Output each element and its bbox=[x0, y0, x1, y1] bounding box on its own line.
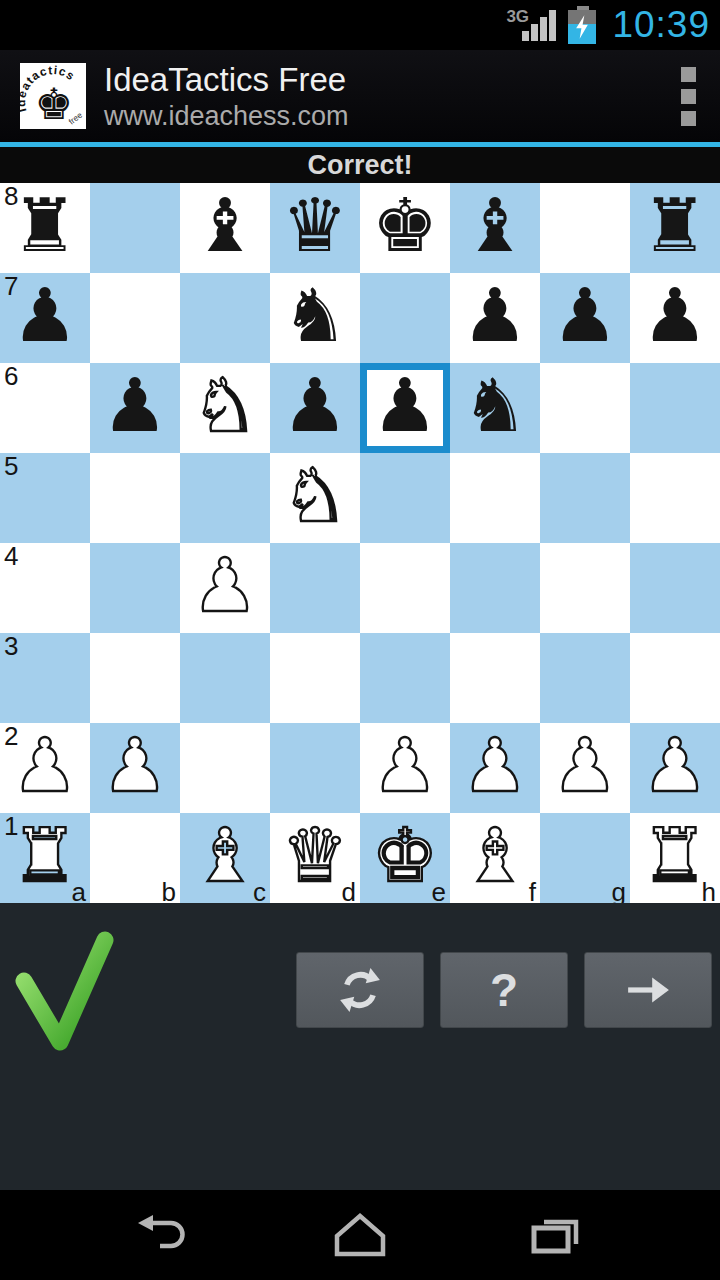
square-a7[interactable]: 7♟ bbox=[0, 273, 90, 363]
question-mark-icon: ? bbox=[490, 963, 518, 1017]
piece-white-king[interactable]: ♚ bbox=[372, 810, 438, 900]
piece-white-pawn[interactable]: ♟ bbox=[552, 720, 618, 810]
square-a8[interactable]: 8♜ bbox=[0, 183, 90, 273]
square-d2[interactable] bbox=[270, 723, 360, 813]
square-g4[interactable] bbox=[540, 543, 630, 633]
piece-black-knight[interactable]: ♞ bbox=[462, 360, 528, 450]
square-g3[interactable] bbox=[540, 633, 630, 723]
piece-black-knight[interactable]: ♞ bbox=[282, 270, 348, 360]
file-label-b: b bbox=[162, 878, 176, 906]
square-e2[interactable]: ♟ bbox=[360, 723, 450, 813]
square-h1[interactable]: h♜ bbox=[630, 813, 720, 903]
square-f8[interactable]: ♝ bbox=[450, 183, 540, 273]
square-c4[interactable]: ♟ bbox=[180, 543, 270, 633]
square-g6[interactable] bbox=[540, 363, 630, 453]
app-subtitle: www.ideachess.com bbox=[104, 100, 349, 133]
hint-button[interactable]: ? bbox=[440, 952, 568, 1028]
square-e4[interactable] bbox=[360, 543, 450, 633]
square-c7[interactable] bbox=[180, 273, 270, 363]
square-b8[interactable] bbox=[90, 183, 180, 273]
square-e7[interactable] bbox=[360, 273, 450, 363]
square-c5[interactable] bbox=[180, 453, 270, 543]
square-e5[interactable] bbox=[360, 453, 450, 543]
square-h5[interactable] bbox=[630, 453, 720, 543]
square-f4[interactable] bbox=[450, 543, 540, 633]
square-e3[interactable] bbox=[360, 633, 450, 723]
piece-black-pawn[interactable]: ♟ bbox=[642, 270, 708, 360]
right-arrow-icon bbox=[625, 967, 671, 1013]
android-nav-bar bbox=[0, 1190, 720, 1280]
app-icon: Ideatactics ♚ free bbox=[20, 63, 86, 129]
square-a3[interactable]: 3 bbox=[0, 633, 90, 723]
puzzle-buttons: ? bbox=[296, 952, 712, 1028]
phone-screen: 3G 10:39 Ideatactics ♚ f bbox=[0, 0, 720, 1280]
status-bar: 3G 10:39 bbox=[0, 0, 720, 50]
piece-white-queen[interactable]: ♛ bbox=[282, 810, 348, 900]
square-b2[interactable]: ♟ bbox=[90, 723, 180, 813]
piece-black-king[interactable]: ♚ bbox=[372, 180, 438, 270]
square-f6[interactable]: ♞ bbox=[450, 363, 540, 453]
clock: 10:39 bbox=[608, 4, 710, 46]
square-c8[interactable]: ♝ bbox=[180, 183, 270, 273]
rank-label-5: 5 bbox=[4, 452, 18, 480]
square-e1[interactable]: e♚ bbox=[360, 813, 450, 903]
lightning-bolt-icon bbox=[575, 15, 589, 39]
signal-bars-icon bbox=[522, 10, 556, 41]
piece-black-rook[interactable]: ♜ bbox=[12, 180, 78, 270]
square-b3[interactable] bbox=[90, 633, 180, 723]
piece-black-pawn[interactable]: ♟ bbox=[12, 270, 78, 360]
piece-white-rook[interactable]: ♜ bbox=[12, 810, 78, 900]
piece-white-pawn[interactable]: ♟ bbox=[372, 720, 438, 810]
square-h2[interactable]: ♟ bbox=[630, 723, 720, 813]
square-e6[interactable]: ♟ bbox=[360, 363, 450, 453]
square-h4[interactable] bbox=[630, 543, 720, 633]
rank-label-3: 3 bbox=[4, 632, 18, 660]
action-bar: Ideatactics ♚ free IdeaTactics Free www.… bbox=[0, 50, 720, 142]
piece-white-pawn[interactable]: ♟ bbox=[12, 720, 78, 810]
retry-button[interactable] bbox=[296, 952, 424, 1028]
piece-white-knight[interactable]: ♞ bbox=[192, 360, 258, 450]
square-b5[interactable] bbox=[90, 453, 180, 543]
home-icon[interactable] bbox=[328, 1211, 392, 1259]
feedback-banner: Correct! bbox=[0, 147, 720, 183]
square-a6[interactable]: 6 bbox=[0, 363, 90, 453]
piece-white-bishop[interactable]: ♝ bbox=[192, 810, 258, 900]
overflow-menu-icon[interactable] bbox=[656, 50, 720, 142]
piece-black-pawn[interactable]: ♟ bbox=[372, 360, 438, 450]
piece-white-pawn[interactable]: ♟ bbox=[192, 540, 258, 630]
square-c1[interactable]: c♝ bbox=[180, 813, 270, 903]
piece-white-pawn[interactable]: ♟ bbox=[462, 720, 528, 810]
square-h3[interactable] bbox=[630, 633, 720, 723]
square-f5[interactable] bbox=[450, 453, 540, 543]
square-h7[interactable]: ♟ bbox=[630, 273, 720, 363]
signal-strength-icon: 3G bbox=[506, 5, 558, 45]
square-g7[interactable]: ♟ bbox=[540, 273, 630, 363]
back-icon[interactable] bbox=[133, 1211, 197, 1259]
recents-icon[interactable] bbox=[523, 1211, 587, 1259]
control-panel: ? bbox=[0, 903, 720, 1190]
square-c2[interactable] bbox=[180, 723, 270, 813]
square-d6[interactable]: ♟ bbox=[270, 363, 360, 453]
piece-white-knight[interactable]: ♞ bbox=[282, 450, 348, 540]
chess-board: 8♜♝♛♚♝♜7♟♞♟♟♟6♟♞♟♟♞5♞4♟32♟♟♟♟♟♟1a♜bc♝d♛e… bbox=[0, 183, 720, 903]
square-a5[interactable]: 5 bbox=[0, 453, 90, 543]
square-b4[interactable] bbox=[90, 543, 180, 633]
square-d4[interactable] bbox=[270, 543, 360, 633]
square-d7[interactable]: ♞ bbox=[270, 273, 360, 363]
square-a1[interactable]: 1a♜ bbox=[0, 813, 90, 903]
correct-check-icon bbox=[15, 929, 115, 1054]
square-d8[interactable]: ♛ bbox=[270, 183, 360, 273]
square-c6[interactable]: ♞ bbox=[180, 363, 270, 453]
piece-white-bishop[interactable]: ♝ bbox=[462, 810, 528, 900]
square-h8[interactable]: ♜ bbox=[630, 183, 720, 273]
piece-white-pawn[interactable]: ♟ bbox=[102, 720, 168, 810]
square-b6[interactable]: ♟ bbox=[90, 363, 180, 453]
square-g2[interactable]: ♟ bbox=[540, 723, 630, 813]
piece-white-rook[interactable]: ♜ bbox=[642, 810, 708, 900]
piece-black-pawn[interactable]: ♟ bbox=[102, 360, 168, 450]
piece-black-bishop[interactable]: ♝ bbox=[192, 180, 258, 270]
rank-label-6: 6 bbox=[4, 362, 18, 390]
file-label-f: f bbox=[529, 878, 536, 906]
square-g1[interactable]: g bbox=[540, 813, 630, 903]
piece-white-pawn[interactable]: ♟ bbox=[642, 720, 708, 810]
piece-black-pawn[interactable]: ♟ bbox=[462, 270, 528, 360]
square-g8[interactable] bbox=[540, 183, 630, 273]
app-title: IdeaTactics Free bbox=[104, 60, 349, 100]
square-d1[interactable]: d♛ bbox=[270, 813, 360, 903]
piece-black-rook[interactable]: ♜ bbox=[642, 180, 708, 270]
square-d3[interactable] bbox=[270, 633, 360, 723]
square-b7[interactable] bbox=[90, 273, 180, 363]
piece-black-bishop[interactable]: ♝ bbox=[462, 180, 528, 270]
refresh-icon bbox=[337, 967, 383, 1013]
rank-label-4: 4 bbox=[4, 542, 18, 570]
next-button[interactable] bbox=[584, 952, 712, 1028]
square-f2[interactable]: ♟ bbox=[450, 723, 540, 813]
piece-black-queen[interactable]: ♛ bbox=[282, 180, 348, 270]
square-a2[interactable]: 2♟ bbox=[0, 723, 90, 813]
action-bar-titles: IdeaTactics Free www.ideachess.com bbox=[104, 60, 349, 133]
battery-charging-icon bbox=[568, 4, 598, 46]
square-f3[interactable] bbox=[450, 633, 540, 723]
square-a4[interactable]: 4 bbox=[0, 543, 90, 633]
square-d5[interactable]: ♞ bbox=[270, 453, 360, 543]
square-g5[interactable] bbox=[540, 453, 630, 543]
square-c3[interactable] bbox=[180, 633, 270, 723]
square-b1[interactable]: b bbox=[90, 813, 180, 903]
file-label-g: g bbox=[612, 878, 626, 906]
piece-black-pawn[interactable]: ♟ bbox=[552, 270, 618, 360]
square-f1[interactable]: f♝ bbox=[450, 813, 540, 903]
square-h6[interactable] bbox=[630, 363, 720, 453]
square-e8[interactable]: ♚ bbox=[360, 183, 450, 273]
feedback-text: Correct! bbox=[307, 150, 412, 181]
piece-black-pawn[interactable]: ♟ bbox=[282, 360, 348, 450]
square-f7[interactable]: ♟ bbox=[450, 273, 540, 363]
